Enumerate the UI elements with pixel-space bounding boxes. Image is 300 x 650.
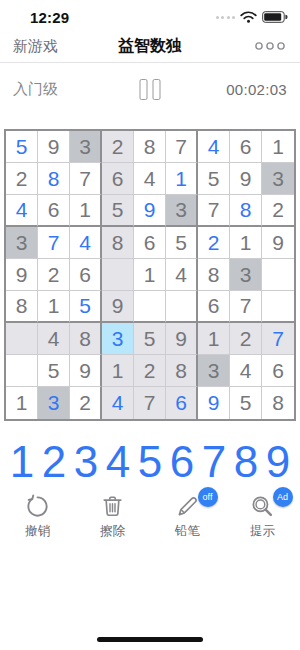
difficulty-label: 入门级 [13, 80, 58, 99]
cell-r2c6[interactable]: 1 [166, 163, 198, 195]
sudoku-board: 5932874612876415934615937823748652199261… [4, 129, 296, 421]
cell-r2c1[interactable]: 2 [6, 163, 38, 195]
number-pad: 123456789 [0, 438, 300, 486]
cell-r5c8[interactable]: 3 [230, 259, 262, 291]
erase-label: 擦除 [100, 523, 125, 540]
cell-r2c5[interactable]: 4 [134, 163, 166, 195]
cell-r2c2[interactable]: 8 [38, 163, 70, 195]
cell-r6c7[interactable]: 6 [198, 291, 230, 323]
cell-r8c2[interactable]: 5 [38, 355, 70, 387]
cell-r6c9[interactable] [262, 291, 294, 323]
wifi-icon [240, 11, 257, 23]
battery-icon [262, 11, 288, 23]
cell-r4c8[interactable]: 1 [230, 227, 262, 259]
cell-r1c7[interactable]: 4 [198, 131, 230, 163]
home-indicator[interactable] [97, 637, 203, 642]
cell-r6c3[interactable]: 5 [70, 291, 102, 323]
cell-r1c6[interactable]: 7 [166, 131, 198, 163]
magnifier-icon [249, 493, 276, 520]
numpad-9[interactable]: 9 [263, 438, 293, 486]
cell-r2c9[interactable]: 3 [262, 163, 294, 195]
hint-button[interactable]: Ad 提示 [225, 489, 300, 540]
timer: 00:02:03 [226, 81, 287, 98]
cell-r7c7[interactable]: 1 [198, 323, 230, 355]
cell-r9c4[interactable]: 4 [102, 387, 134, 419]
pencil-icon [174, 493, 201, 520]
cell-r3c6[interactable]: 3 [166, 195, 198, 227]
erase-button[interactable]: 擦除 [75, 489, 150, 540]
numpad-5[interactable]: 5 [135, 438, 165, 486]
cell-r4c3[interactable]: 4 [70, 227, 102, 259]
cell-r4c5[interactable]: 6 [134, 227, 166, 259]
cell-r3c1[interactable]: 4 [6, 195, 38, 227]
cell-r2c7[interactable]: 5 [198, 163, 230, 195]
pencil-off-badge: off [198, 487, 218, 507]
undo-button[interactable]: 撤销 [0, 489, 75, 540]
cell-r8c8[interactable]: 4 [230, 355, 262, 387]
cell-r5c6[interactable]: 4 [166, 259, 198, 291]
cell-r3c7[interactable]: 7 [198, 195, 230, 227]
cell-r8c3[interactable]: 9 [70, 355, 102, 387]
cell-r7c8[interactable]: 2 [230, 323, 262, 355]
cell-r1c2[interactable]: 9 [38, 131, 70, 163]
cell-r3c3[interactable]: 1 [70, 195, 102, 227]
cell-r6c1[interactable]: 8 [6, 291, 38, 323]
cell-r9c2[interactable]: 3 [38, 387, 70, 419]
hint-ad-badge: Ad [273, 487, 293, 507]
cell-r8c7[interactable]: 3 [198, 355, 230, 387]
cell-r6c4[interactable]: 9 [102, 291, 134, 323]
cell-r8c9[interactable]: 6 [262, 355, 294, 387]
cell-r7c3[interactable]: 8 [70, 323, 102, 355]
cell-r3c9[interactable]: 2 [262, 195, 294, 227]
cellular-signal-icon [216, 16, 236, 19]
pencil-button[interactable]: off 铅笔 [150, 489, 225, 540]
cell-r7c6[interactable]: 9 [166, 323, 198, 355]
more-options-icon[interactable] [253, 41, 287, 51]
cell-r7c4[interactable]: 3 [102, 323, 134, 355]
game-info-bar: 入门级 00:02:03 [0, 63, 300, 116]
cell-r8c5[interactable]: 2 [134, 355, 166, 387]
cell-r1c9[interactable]: 1 [262, 131, 294, 163]
status-time: 12:29 [30, 9, 69, 26]
cell-r9c8[interactable]: 5 [230, 387, 262, 419]
page-title: 益智数独 [118, 36, 182, 57]
status-icons [216, 11, 289, 23]
numpad-1[interactable]: 1 [7, 438, 37, 486]
nav-bar: 新游戏 益智数独 [0, 30, 300, 63]
cell-r6c5[interactable] [134, 291, 166, 323]
cell-r4c1[interactable]: 3 [6, 227, 38, 259]
cell-r4c9[interactable]: 9 [262, 227, 294, 259]
cell-r4c6[interactable]: 5 [166, 227, 198, 259]
cell-r3c8[interactable]: 8 [230, 195, 262, 227]
cell-r3c5[interactable]: 9 [134, 195, 166, 227]
cell-r2c8[interactable]: 9 [230, 163, 262, 195]
new-game-button[interactable]: 新游戏 [13, 37, 58, 56]
cell-r5c1[interactable]: 9 [6, 259, 38, 291]
cell-r8c4[interactable]: 1 [102, 355, 134, 387]
pencil-label: 铅笔 [175, 523, 200, 540]
undo-label: 撤销 [25, 523, 50, 540]
cell-r7c9[interactable]: 7 [262, 323, 294, 355]
cell-r4c2[interactable]: 7 [38, 227, 70, 259]
cell-r5c7[interactable]: 8 [198, 259, 230, 291]
cell-r9c5[interactable]: 7 [134, 387, 166, 419]
cell-r5c4[interactable] [102, 259, 134, 291]
cell-r5c3[interactable]: 6 [70, 259, 102, 291]
trash-icon [99, 493, 126, 520]
numpad-4[interactable]: 4 [103, 438, 133, 486]
cell-r1c4[interactable]: 2 [102, 131, 134, 163]
cell-r9c1[interactable]: 1 [6, 387, 38, 419]
cell-r5c2[interactable]: 2 [38, 259, 70, 291]
cell-r9c6[interactable]: 6 [166, 387, 198, 419]
cell-r4c7[interactable]: 2 [198, 227, 230, 259]
toolbar: 撤销 擦除 off 铅笔 Ad 提示 [0, 489, 300, 540]
cell-r9c7[interactable]: 9 [198, 387, 230, 419]
cell-r2c3[interactable]: 7 [70, 163, 102, 195]
numpad-6[interactable]: 6 [167, 438, 197, 486]
cell-r5c9[interactable] [262, 259, 294, 291]
numpad-2[interactable]: 2 [39, 438, 69, 486]
cell-r1c5[interactable]: 8 [134, 131, 166, 163]
hint-label: 提示 [250, 523, 275, 540]
status-bar: 12:29 [0, 0, 300, 30]
cell-r1c8[interactable]: 6 [230, 131, 262, 163]
cell-r9c9[interactable]: 8 [262, 387, 294, 419]
pause-button[interactable] [140, 79, 161, 100]
cell-r7c5[interactable]: 5 [134, 323, 166, 355]
cell-r8c6[interactable]: 8 [166, 355, 198, 387]
cell-r7c1[interactable] [6, 323, 38, 355]
cell-r7c2[interactable]: 4 [38, 323, 70, 355]
undo-icon [24, 493, 51, 520]
cell-r9c3[interactable]: 2 [70, 387, 102, 419]
numpad-8[interactable]: 8 [231, 438, 261, 486]
cell-r6c6[interactable] [166, 291, 198, 323]
cell-r5c5[interactable]: 1 [134, 259, 166, 291]
numpad-3[interactable]: 3 [71, 438, 101, 486]
cell-r6c8[interactable]: 7 [230, 291, 262, 323]
numpad-7[interactable]: 7 [199, 438, 229, 486]
pause-icon [153, 79, 161, 100]
cell-r2c4[interactable]: 6 [102, 163, 134, 195]
cell-r4c4[interactable]: 8 [102, 227, 134, 259]
cell-r1c3[interactable]: 3 [70, 131, 102, 163]
cell-r3c4[interactable]: 5 [102, 195, 134, 227]
cell-r1c1[interactable]: 5 [6, 131, 38, 163]
cell-r8c1[interactable] [6, 355, 38, 387]
cell-r3c2[interactable]: 6 [38, 195, 70, 227]
pause-icon [140, 79, 148, 100]
cell-r6c2[interactable]: 1 [38, 291, 70, 323]
